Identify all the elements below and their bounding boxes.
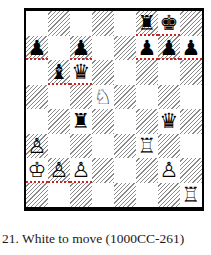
square-b2[interactable]: ♙ [48, 158, 70, 183]
square-b6[interactable]: ♝ [48, 60, 70, 85]
square-e2[interactable] [114, 158, 136, 183]
square-a1[interactable] [26, 183, 48, 208]
square-a7[interactable]: ♟ [26, 36, 48, 61]
square-c5[interactable] [70, 85, 92, 110]
square-e1[interactable] [114, 183, 136, 208]
square-e5[interactable] [114, 85, 136, 110]
black-rook: ♜ [72, 109, 91, 134]
square-d6[interactable] [92, 60, 114, 85]
white-rook: ♖ [138, 134, 157, 159]
square-f2[interactable] [136, 158, 158, 183]
square-h1[interactable]: ♖ [180, 183, 202, 208]
white-rook: ♖ [182, 183, 201, 208]
diagram-caption: 21. White to move (1000CC-261) [2, 231, 184, 247]
white-pawn: ♙ [72, 158, 91, 183]
square-h5[interactable] [180, 85, 202, 110]
black-queen: ♛ [72, 60, 91, 85]
square-g1[interactable] [158, 183, 180, 208]
square-g3[interactable] [158, 134, 180, 159]
white-pawn: ♙ [160, 158, 179, 183]
square-f1[interactable] [136, 183, 158, 208]
square-a3[interactable]: ♙ [26, 134, 48, 159]
page: ♜♚♟♟♟♟♟♝♛♘♜♛♙♖♔♙♙♙♖ 21. White to move (1… [0, 0, 211, 255]
square-e4[interactable] [114, 109, 136, 134]
square-c1[interactable] [70, 183, 92, 208]
square-f3[interactable]: ♖ [136, 134, 158, 159]
square-d7[interactable] [92, 36, 114, 61]
square-h7[interactable]: ♟ [180, 36, 202, 61]
square-g8[interactable]: ♚ [158, 11, 180, 36]
square-h8[interactable] [180, 11, 202, 36]
square-e8[interactable] [114, 11, 136, 36]
square-d1[interactable] [92, 183, 114, 208]
square-b7[interactable] [48, 36, 70, 61]
square-g4[interactable]: ♛ [158, 109, 180, 134]
square-g2[interactable]: ♙ [158, 158, 180, 183]
square-b4[interactable] [48, 109, 70, 134]
square-e7[interactable] [114, 36, 136, 61]
square-a8[interactable] [26, 11, 48, 36]
square-b8[interactable] [48, 11, 70, 36]
black-bishop: ♝ [50, 60, 69, 85]
white-knight: ♘ [94, 85, 113, 110]
square-g7[interactable]: ♟ [158, 36, 180, 61]
black-pawn: ♟ [138, 36, 157, 61]
square-d5[interactable]: ♘ [92, 85, 114, 110]
square-g5[interactable] [158, 85, 180, 110]
square-c2[interactable]: ♙ [70, 158, 92, 183]
square-c3[interactable] [70, 134, 92, 159]
square-d8[interactable] [92, 11, 114, 36]
square-b1[interactable] [48, 183, 70, 208]
square-d2[interactable] [92, 158, 114, 183]
black-king: ♚ [160, 11, 179, 36]
black-pawn: ♟ [28, 36, 47, 61]
square-a4[interactable] [26, 109, 48, 134]
square-c8[interactable] [70, 11, 92, 36]
square-f5[interactable] [136, 85, 158, 110]
black-pawn: ♟ [160, 36, 179, 61]
square-b3[interactable] [48, 134, 70, 159]
square-b5[interactable] [48, 85, 70, 110]
square-h3[interactable] [180, 134, 202, 159]
square-a6[interactable] [26, 60, 48, 85]
square-h4[interactable] [180, 109, 202, 134]
black-pawn: ♟ [182, 36, 201, 61]
square-f6[interactable] [136, 60, 158, 85]
square-c4[interactable]: ♜ [70, 109, 92, 134]
square-c6[interactable]: ♛ [70, 60, 92, 85]
square-e6[interactable] [114, 60, 136, 85]
square-a5[interactable] [26, 85, 48, 110]
square-d3[interactable] [92, 134, 114, 159]
square-a2[interactable]: ♔ [26, 158, 48, 183]
white-king: ♔ [28, 158, 47, 183]
square-f7[interactable]: ♟ [136, 36, 158, 61]
square-d4[interactable] [92, 109, 114, 134]
square-c7[interactable]: ♟ [70, 36, 92, 61]
black-queen: ♛ [160, 109, 179, 134]
white-pawn: ♙ [50, 158, 69, 183]
chess-board: ♜♚♟♟♟♟♟♝♛♘♜♛♙♖♔♙♙♙♖ [24, 8, 204, 211]
square-h2[interactable] [180, 158, 202, 183]
square-e3[interactable] [114, 134, 136, 159]
black-rook: ♜ [138, 11, 157, 36]
square-g6[interactable] [158, 60, 180, 85]
black-pawn: ♟ [72, 36, 91, 61]
square-h6[interactable] [180, 60, 202, 85]
square-f8[interactable]: ♜ [136, 11, 158, 36]
white-pawn: ♙ [28, 134, 47, 159]
square-f4[interactable] [136, 109, 158, 134]
